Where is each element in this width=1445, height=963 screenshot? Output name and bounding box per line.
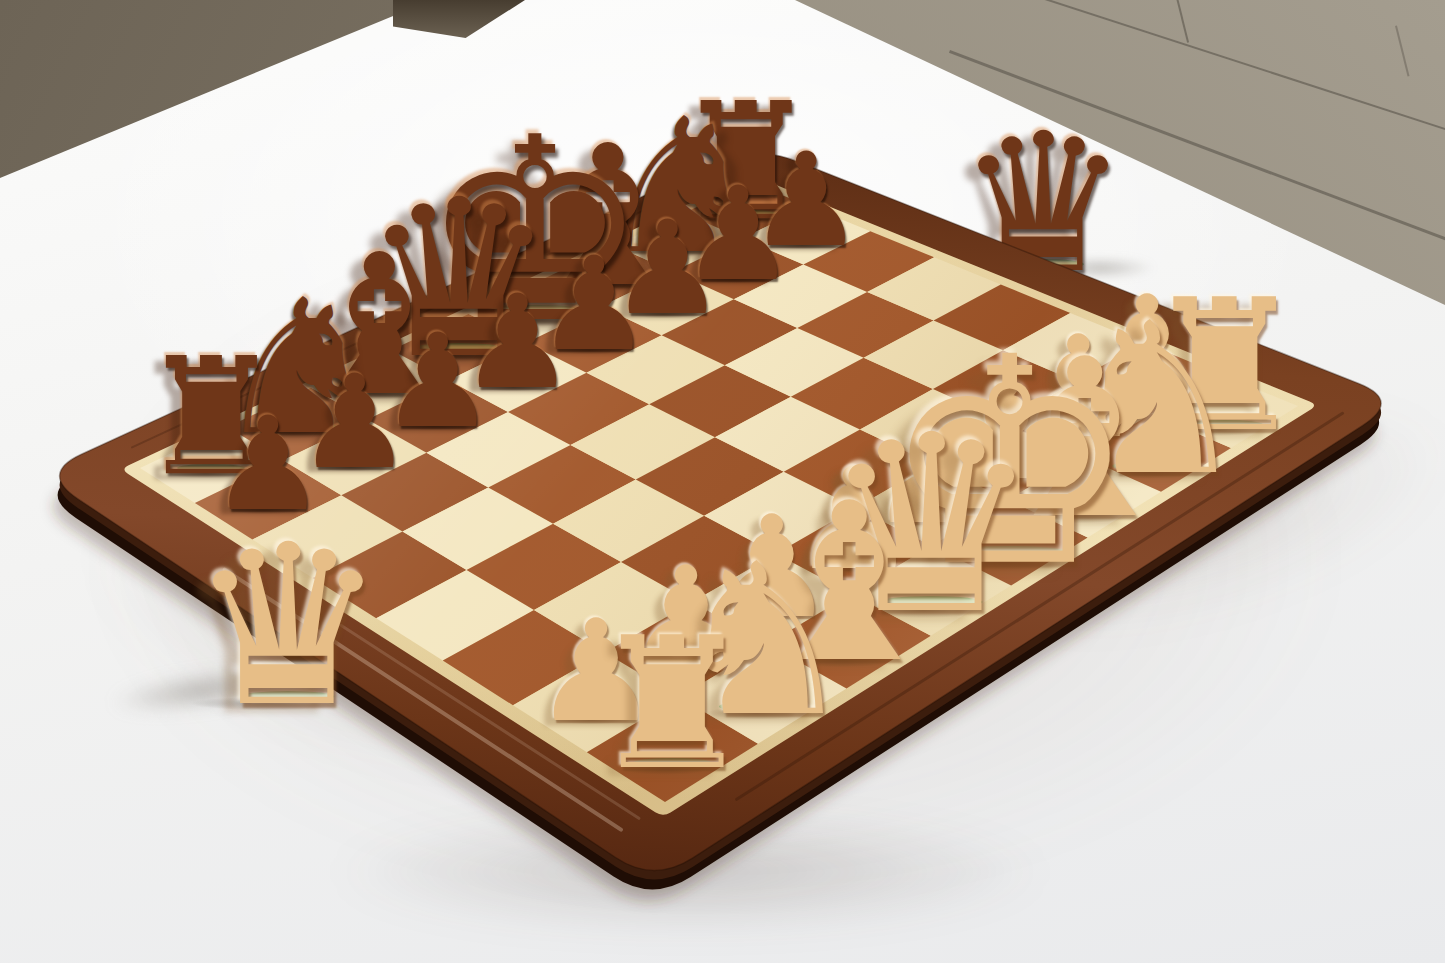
board-sheen (125, 176, 1314, 814)
chessboard[interactable] (0, 0, 1445, 963)
scene: ♜♞♝♛♚♝♞♜♟♟♟♟♟♟♟♟♟♟♟♟♟♟♟♟♜♞♝♛♚♝♞♜♛♛ (0, 0, 1445, 963)
